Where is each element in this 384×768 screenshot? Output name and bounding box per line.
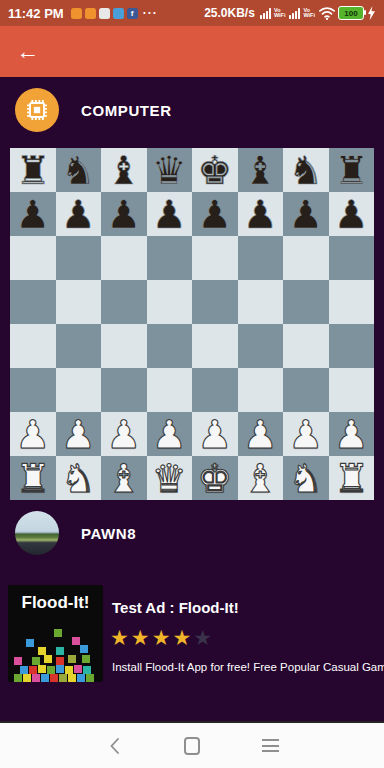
piece-white-king: ♚ [197,459,232,498]
piece-black-bishop: ♝ [243,151,278,190]
piece-white-pawn: ♟ [334,415,369,454]
square-h5[interactable] [329,280,375,324]
wifi-icon [319,7,335,20]
square-b8[interactable]: ♞ [56,148,102,192]
nav-home-button[interactable] [184,738,200,754]
piece-black-pawn: ♟ [288,195,323,234]
user-name: PAWN8 [81,525,136,542]
square-f7[interactable]: ♟ [238,192,284,236]
computer-avatar [15,88,59,132]
square-f8[interactable]: ♝ [238,148,284,192]
battery-icon: 100 [338,6,364,20]
square-b3[interactable] [56,368,102,412]
ad-banner[interactable]: Flood-It! Test Ad : Flood-It! ★★★★★ Inst… [0,583,384,683]
square-h1[interactable]: ♜ [329,456,375,500]
ad-description[interactable]: Install Flood-It App for free! Free Popu… [112,661,384,673]
square-h3[interactable] [329,368,375,412]
square-f4[interactable] [238,324,284,368]
star-filled-icon: ★ [110,626,131,649]
piece-white-queen: ♛ [152,459,187,498]
chess-board: ♜♞♝♛♚♝♞♜♟♟♟♟♟♟♟♟♟♟♟♟♟♟♟♟♜♞♝♛♚♝♞♜ [10,148,374,500]
square-a3[interactable] [10,368,56,412]
piece-black-knight: ♞ [61,151,96,190]
square-g8[interactable]: ♞ [283,148,329,192]
square-c8[interactable]: ♝ [101,148,147,192]
notification-overflow-icon: ··· [143,6,158,20]
square-h7[interactable]: ♟ [329,192,375,236]
square-g3[interactable] [283,368,329,412]
piece-white-pawn: ♟ [61,415,96,454]
notification-app-icon [113,8,124,19]
square-a4[interactable] [10,324,56,368]
square-e4[interactable] [192,324,238,368]
square-e6[interactable] [192,236,238,280]
piece-black-rook: ♜ [15,151,50,190]
piece-black-rook: ♜ [334,151,369,190]
piece-black-pawn: ♟ [61,195,96,234]
piece-black-pawn: ♟ [15,195,50,234]
network-speed: 25.0KB/s [204,6,255,20]
square-b1[interactable]: ♞ [56,456,102,500]
vowifi-label: Vo WiFi [274,8,286,19]
facebook-icon: f [127,8,138,19]
piece-white-pawn: ♟ [288,415,323,454]
notification-app-icon [85,8,96,19]
square-h6[interactable] [329,236,375,280]
piece-black-pawn: ♟ [334,195,369,234]
hamburger-menu-icon [262,739,279,752]
piece-black-knight: ♞ [288,151,323,190]
piece-black-pawn: ♟ [197,195,232,234]
square-g7[interactable]: ♟ [283,192,329,236]
ad-thumbnail[interactable]: Flood-It! [8,585,103,682]
chevron-left-icon [110,738,119,754]
square-g4[interactable] [283,324,329,368]
status-bar: 11:42 PM f ··· 25.0KB/s Vo WiFi Vo WiFi [0,0,384,26]
square-b4[interactable] [56,324,102,368]
ad-logo-text: Flood-It! [8,593,103,613]
pixel-art-decoration [14,629,98,681]
user-row: PAWN8 [0,510,384,556]
notification-camera-icon [99,8,110,19]
back-arrow-button[interactable]: ← [16,26,39,77]
square-f1[interactable]: ♝ [238,456,284,500]
square-d8[interactable]: ♛ [147,148,193,192]
ad-title[interactable]: Test Ad : Flood-It! [112,599,239,616]
square-c4[interactable] [101,324,147,368]
square-a1[interactable]: ♜ [10,456,56,500]
square-c5[interactable] [101,280,147,324]
charging-bolt-icon [367,6,376,20]
square-f2[interactable]: ♟ [238,412,284,456]
signal-bars-icon [260,8,271,19]
vowifi-label: Vo WiFi [303,8,315,19]
user-avatar [15,511,59,555]
piece-black-pawn: ♟ [106,195,141,234]
star-filled-icon: ★ [172,626,193,649]
piece-white-knight: ♞ [61,459,96,498]
square-a8[interactable]: ♜ [10,148,56,192]
square-b7[interactable]: ♟ [56,192,102,236]
piece-black-king: ♚ [197,151,232,190]
ad-star-rating: ★★★★★ [110,627,214,648]
app-screen: 11:42 PM f ··· 25.0KB/s Vo WiFi Vo WiFi [0,0,384,768]
square-a7[interactable]: ♟ [10,192,56,236]
square-h4[interactable] [329,324,375,368]
square-c3[interactable] [101,368,147,412]
square-c7[interactable]: ♟ [101,192,147,236]
signal-bars-icon [289,8,300,19]
square-f6[interactable] [238,236,284,280]
piece-black-pawn: ♟ [152,195,187,234]
square-e3[interactable] [192,368,238,412]
square-e2[interactable]: ♟ [192,412,238,456]
piece-black-pawn: ♟ [243,195,278,234]
square-d1[interactable]: ♛ [147,456,193,500]
square-a5[interactable] [10,280,56,324]
star-empty-icon: ★ [193,626,214,649]
square-c2[interactable]: ♟ [101,412,147,456]
square-d6[interactable] [147,236,193,280]
square-f3[interactable] [238,368,284,412]
square-d4[interactable] [147,324,193,368]
cpu-chip-icon [23,96,51,124]
square-b2[interactable]: ♟ [56,412,102,456]
piece-white-bishop: ♝ [106,459,141,498]
square-d2[interactable]: ♟ [147,412,193,456]
square-e5[interactable] [192,280,238,324]
square-b6[interactable] [56,236,102,280]
opponent-name: COMPUTER [81,102,172,119]
opponent-row: COMPUTER [0,87,384,133]
piece-white-pawn: ♟ [15,415,50,454]
notification-app-icon [71,8,82,19]
star-filled-icon: ★ [131,626,152,649]
square-b5[interactable] [56,280,102,324]
piece-white-pawn: ♟ [152,415,187,454]
square-g6[interactable] [283,236,329,280]
piece-white-rook: ♜ [334,459,369,498]
piece-white-pawn: ♟ [106,415,141,454]
square-d5[interactable] [147,280,193,324]
piece-white-pawn: ♟ [197,415,232,454]
square-c1[interactable]: ♝ [101,456,147,500]
clock: 11:42 PM [8,6,64,21]
square-d7[interactable]: ♟ [147,192,193,236]
square-g5[interactable] [283,280,329,324]
star-filled-icon: ★ [152,626,173,649]
android-nav-bar [0,721,384,768]
square-g1[interactable]: ♞ [283,456,329,500]
app-header: ← [0,26,384,77]
square-a2[interactable]: ♟ [10,412,56,456]
piece-black-bishop: ♝ [106,151,141,190]
square-g2[interactable]: ♟ [283,412,329,456]
square-f5[interactable] [238,280,284,324]
square-e7[interactable]: ♟ [192,192,238,236]
square-h8[interactable]: ♜ [329,148,375,192]
square-a6[interactable] [10,236,56,280]
square-c6[interactable] [101,236,147,280]
piece-white-pawn: ♟ [243,415,278,454]
piece-white-bishop: ♝ [243,459,278,498]
square-d3[interactable] [147,368,193,412]
piece-white-rook: ♜ [15,459,50,498]
home-square-icon [184,737,200,755]
piece-white-knight: ♞ [288,459,323,498]
nav-recents-button[interactable] [262,738,278,754]
piece-black-queen: ♛ [152,151,187,190]
square-h2[interactable]: ♟ [329,412,375,456]
square-e8[interactable]: ♚ [192,148,238,192]
square-e1[interactable]: ♚ [192,456,238,500]
nav-back-button[interactable] [106,738,122,754]
